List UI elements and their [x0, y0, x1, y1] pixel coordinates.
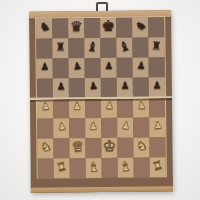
square-h6[interactable] [149, 57, 165, 77]
white-pawn[interactable]: ♟ [73, 101, 82, 111]
square-c8[interactable]: ♛ [68, 18, 84, 38]
square-a3[interactable] [37, 119, 53, 139]
white-pawn[interactable]: ♟ [56, 121, 67, 132]
square-a1[interactable] [38, 158, 54, 178]
white-bishop[interactable]: ♝ [119, 158, 133, 173]
square-d3[interactable]: ♟ [85, 118, 101, 138]
board-bottom-border [31, 177, 173, 192]
black-king[interactable]: ♚ [101, 18, 115, 33]
board-bottom-edge [31, 186, 173, 192]
black-knight[interactable]: ♞ [132, 18, 148, 34]
square-c7[interactable] [68, 38, 84, 58]
black-rook[interactable]: ♜ [151, 39, 162, 51]
square-h1[interactable]: ♜ [150, 157, 166, 177]
square-g5[interactable] [133, 77, 149, 97]
square-g8[interactable]: ♞ [132, 18, 148, 38]
white-pawn[interactable]: ♟ [152, 120, 162, 131]
white-pawn[interactable]: ♟ [120, 120, 130, 131]
square-e7[interactable] [100, 38, 116, 58]
square-d6[interactable] [85, 58, 101, 78]
square-g1[interactable] [134, 157, 150, 177]
square-f5[interactable]: ♟ [117, 78, 133, 98]
square-e2[interactable]: ♚ [101, 138, 117, 158]
square-a7[interactable] [36, 39, 52, 59]
square-d1[interactable]: ♝ [86, 158, 102, 178]
square-d7[interactable]: ♝ [84, 38, 100, 58]
square-h2[interactable] [149, 137, 165, 157]
square-f6[interactable] [117, 58, 133, 78]
square-c3[interactable] [69, 118, 85, 138]
square-e5[interactable] [101, 78, 117, 98]
square-h3[interactable]: ♟ [149, 117, 165, 137]
square-e1[interactable] [102, 158, 118, 178]
white-rook[interactable]: ♜ [56, 160, 68, 173]
square-b2[interactable] [53, 138, 69, 158]
square-c6[interactable]: ♟ [69, 58, 85, 78]
white-bishop[interactable]: ♝ [87, 159, 100, 174]
black-pawn[interactable]: ♟ [71, 61, 81, 72]
black-bishop[interactable]: ♝ [86, 39, 99, 53]
white-pawn[interactable]: ♟ [104, 101, 114, 112]
white-knight[interactable]: ♞ [135, 139, 148, 153]
square-b8[interactable] [52, 18, 68, 38]
square-f8[interactable] [116, 18, 132, 38]
square-e6[interactable]: ♟ [101, 58, 117, 78]
square-b3[interactable]: ♟ [53, 118, 69, 138]
square-b6[interactable] [53, 58, 69, 78]
square-e8[interactable]: ♚ [100, 18, 116, 38]
black-pawn[interactable]: ♟ [136, 60, 146, 71]
square-a6[interactable]: ♟ [37, 59, 53, 79]
white-pawn[interactable]: ♟ [89, 121, 98, 131]
square-h7[interactable]: ♜ [148, 37, 164, 57]
black-pawn[interactable]: ♟ [152, 80, 161, 90]
black-pawn[interactable]: ♟ [40, 62, 49, 72]
square-e3[interactable] [101, 118, 117, 138]
black-knight[interactable]: ♞ [37, 19, 50, 33]
square-g2[interactable]: ♞ [133, 137, 149, 157]
square-f2[interactable] [117, 138, 133, 158]
square-g6[interactable]: ♟ [133, 57, 149, 77]
black-bishop[interactable]: ♝ [117, 38, 132, 54]
square-a8[interactable]: ♞ [36, 19, 52, 39]
square-f7[interactable]: ♝ [116, 38, 132, 58]
square-b1[interactable]: ♜ [54, 158, 70, 178]
black-pawn[interactable]: ♟ [104, 61, 113, 71]
white-pawn[interactable]: ♟ [136, 100, 146, 111]
white-queen[interactable]: ♛ [70, 139, 84, 154]
square-f1[interactable]: ♝ [118, 158, 134, 178]
black-queen[interactable]: ♛ [70, 19, 83, 33]
photo-scene: ♞♛♚♞♜♝♝♜♟♟♟♟♟♟♟♟♟♟♟♟♟♟♟♟♞♛♚♞♜♝♝♜ [0, 0, 200, 200]
square-h5[interactable]: ♟ [149, 77, 165, 97]
square-g7[interactable] [132, 38, 148, 58]
square-c2[interactable]: ♛ [69, 138, 85, 158]
black-pawn[interactable]: ♟ [120, 81, 129, 91]
square-c1[interactable] [70, 158, 86, 178]
square-h8[interactable] [148, 17, 164, 37]
square-c5[interactable] [69, 78, 85, 98]
square-d2[interactable] [85, 138, 101, 158]
square-b5[interactable]: ♟ [53, 78, 69, 98]
square-a5[interactable] [37, 79, 53, 99]
black-pawn[interactable]: ♟ [88, 81, 98, 92]
square-d5[interactable]: ♟ [85, 78, 101, 98]
white-king[interactable]: ♚ [103, 138, 117, 153]
black-pawn[interactable]: ♟ [56, 81, 65, 91]
square-f3[interactable]: ♟ [117, 118, 133, 138]
black-rook[interactable]: ♜ [55, 41, 65, 52]
chessboard: ♞♛♚♞♜♝♝♜♟♟♟♟♟♟♟♟♟♟♟♟♟♟♟♟♞♛♚♞♜♝♝♜ [29, 10, 173, 192]
square-b7[interactable]: ♜ [52, 38, 68, 58]
white-rook[interactable]: ♜ [152, 159, 164, 172]
white-pawn[interactable]: ♟ [40, 101, 50, 112]
white-knight[interactable]: ♞ [39, 140, 52, 154]
square-g3[interactable] [133, 117, 149, 137]
square-d8[interactable] [84, 18, 100, 38]
square-a2[interactable]: ♞ [37, 139, 53, 159]
